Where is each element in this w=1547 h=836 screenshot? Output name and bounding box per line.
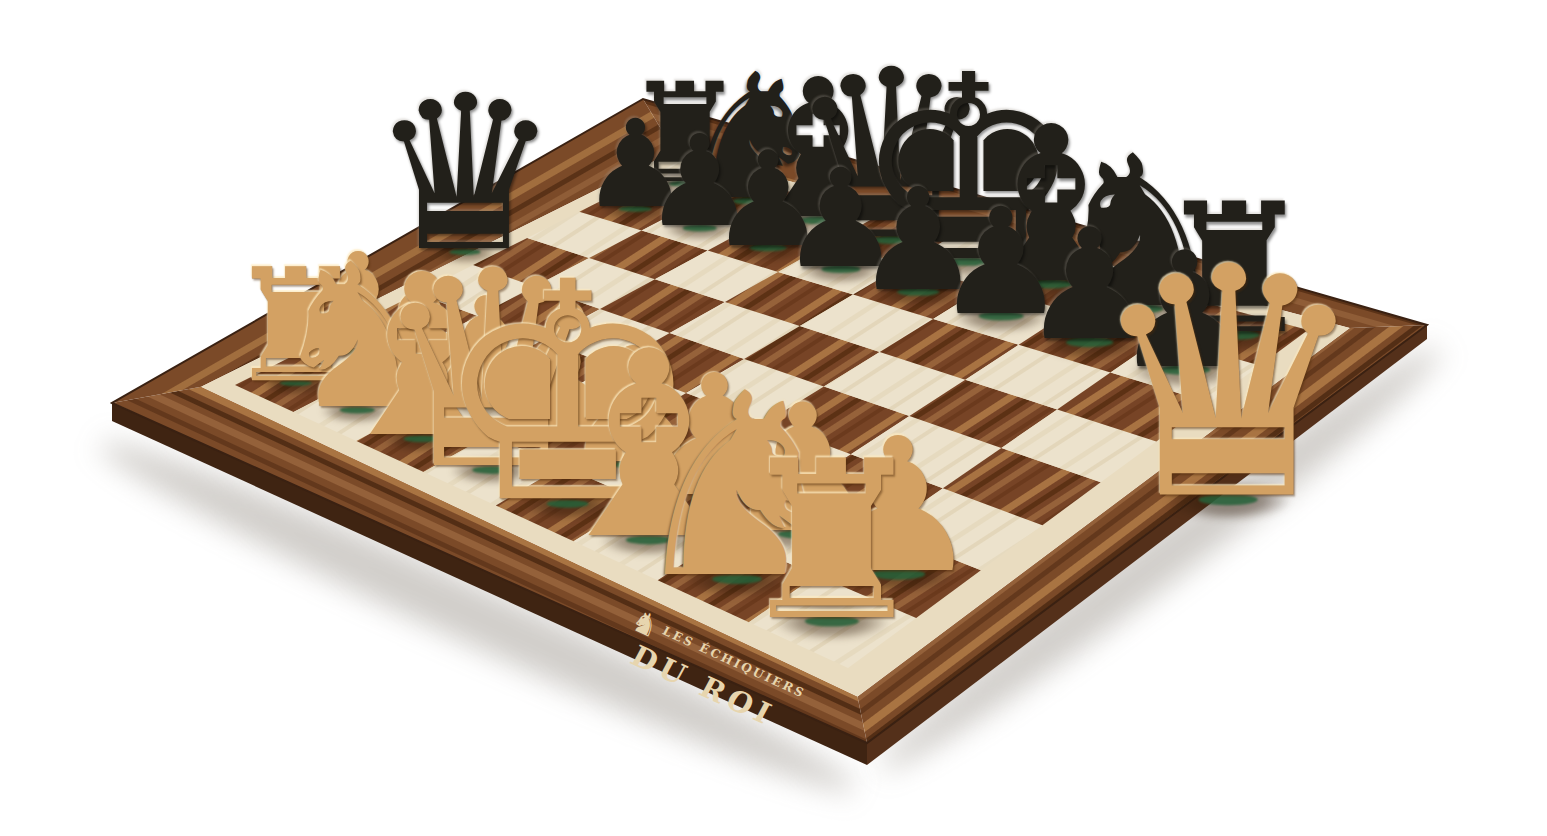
board-squares bbox=[235, 162, 1308, 668]
chess-set-photo: ♜♞♟♝♟♛♟♛♚♟♝♟♞♟♜♟♟♟♟♜♟♞♟♝♟♛♟♛♚♟♝♟♞♜ ♞LES … bbox=[0, 0, 1547, 836]
chess-board bbox=[0, 0, 1547, 836]
